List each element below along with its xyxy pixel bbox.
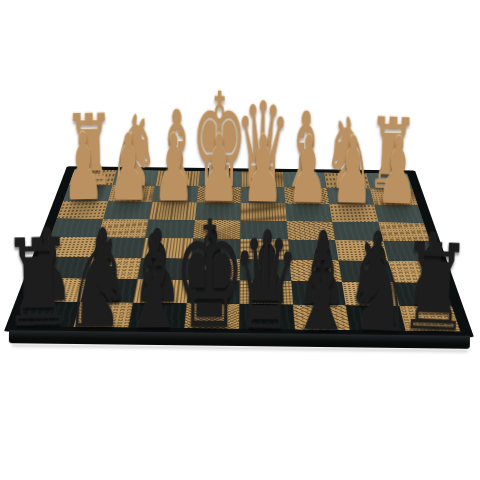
white-pawn-g2[interactable]: ♟ bbox=[107, 122, 149, 214]
camera-rotation-wrapper: ♜♞♝♚♛♝♞♜♟♟♟♟♟♟♟♟♟♟♟♟♟♟♟♟♜♞♝♚♛♝♞♜ bbox=[0, 0, 480, 480]
product-photo-stage: ♜♞♝♚♛♝♞♜♟♟♟♟♟♟♟♟♟♟♟♟♟♟♟♟♜♞♝♚♛♝♞♜ bbox=[0, 0, 480, 480]
white-pawn-d2[interactable]: ♟ bbox=[242, 123, 285, 216]
pieces-layer: ♜♞♝♚♛♝♞♜♟♟♟♟♟♟♟♟♟♟♟♟♟♟♟♟♜♞♝♚♛♝♞♜ bbox=[0, 0, 480, 480]
white-pawn-c2[interactable]: ♟ bbox=[287, 124, 330, 217]
black-rook-a8[interactable]: ♜ bbox=[396, 227, 473, 350]
white-pawn-b2[interactable]: ♟ bbox=[331, 124, 375, 217]
white-pawn-a2[interactable]: ♟ bbox=[375, 124, 420, 218]
white-pawn-h2[interactable]: ♟ bbox=[62, 121, 105, 214]
